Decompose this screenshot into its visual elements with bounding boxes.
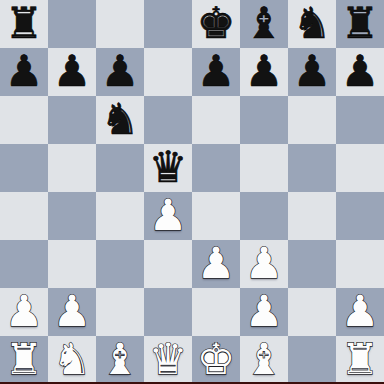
square-f8[interactable]: ♝ xyxy=(240,0,288,48)
square-g6[interactable] xyxy=(288,96,336,144)
square-c6[interactable]: ♞ xyxy=(96,96,144,144)
square-e5[interactable] xyxy=(192,144,240,192)
white-pawn-e3[interactable]: ♟ xyxy=(197,239,236,287)
white-pawn-f3[interactable]: ♟ xyxy=(245,239,284,287)
square-d3[interactable] xyxy=(144,240,192,288)
square-f1[interactable]: ♝ xyxy=(240,336,288,384)
square-g8[interactable]: ♞ xyxy=(288,0,336,48)
square-d5[interactable]: ♛ xyxy=(144,144,192,192)
square-b2[interactable]: ♟ xyxy=(48,288,96,336)
black-pawn-h7[interactable]: ♟ xyxy=(341,47,380,95)
square-a1[interactable]: ♜ xyxy=(0,336,48,384)
square-a7[interactable]: ♟ xyxy=(0,48,48,96)
square-g7[interactable]: ♟ xyxy=(288,48,336,96)
white-rook-h1[interactable]: ♜ xyxy=(341,335,380,383)
black-pawn-b7[interactable]: ♟ xyxy=(53,47,92,95)
square-h1[interactable]: ♜ xyxy=(336,336,384,384)
black-queen-d5[interactable]: ♛ xyxy=(149,143,188,191)
square-f5[interactable] xyxy=(240,144,288,192)
white-rook-a1[interactable]: ♜ xyxy=(5,335,44,383)
square-d4[interactable]: ♟ xyxy=(144,192,192,240)
square-f6[interactable] xyxy=(240,96,288,144)
white-queen-d1[interactable]: ♛ xyxy=(149,335,188,383)
square-b4[interactable] xyxy=(48,192,96,240)
black-knight-g8[interactable]: ♞ xyxy=(293,0,332,47)
square-e7[interactable]: ♟ xyxy=(192,48,240,96)
square-c4[interactable] xyxy=(96,192,144,240)
chess-app-window: ♜♚♝♞♜♟♟♟♟♟♟♟♞♛♟♟♟♟♟♟♟♜♞♝♛♚♝♜ xyxy=(0,0,384,384)
square-c7[interactable]: ♟ xyxy=(96,48,144,96)
square-b5[interactable] xyxy=(48,144,96,192)
square-g3[interactable] xyxy=(288,240,336,288)
square-a4[interactable] xyxy=(0,192,48,240)
square-c2[interactable] xyxy=(96,288,144,336)
white-bishop-c1[interactable]: ♝ xyxy=(101,335,140,383)
square-f7[interactable]: ♟ xyxy=(240,48,288,96)
square-a6[interactable] xyxy=(0,96,48,144)
white-pawn-a2[interactable]: ♟ xyxy=(5,287,44,335)
black-pawn-f7[interactable]: ♟ xyxy=(245,47,284,95)
square-e3[interactable]: ♟ xyxy=(192,240,240,288)
square-a2[interactable]: ♟ xyxy=(0,288,48,336)
square-h4[interactable] xyxy=(336,192,384,240)
black-knight-c6[interactable]: ♞ xyxy=(101,95,140,143)
black-king-e8[interactable]: ♚ xyxy=(197,0,236,47)
black-pawn-c7[interactable]: ♟ xyxy=(101,47,140,95)
white-knight-b1[interactable]: ♞ xyxy=(53,335,92,383)
square-h8[interactable]: ♜ xyxy=(336,0,384,48)
black-pawn-a7[interactable]: ♟ xyxy=(5,47,44,95)
square-h7[interactable]: ♟ xyxy=(336,48,384,96)
square-b3[interactable] xyxy=(48,240,96,288)
black-pawn-e7[interactable]: ♟ xyxy=(197,47,236,95)
square-d7[interactable] xyxy=(144,48,192,96)
square-d1[interactable]: ♛ xyxy=(144,336,192,384)
square-c5[interactable] xyxy=(96,144,144,192)
square-g5[interactable] xyxy=(288,144,336,192)
square-g4[interactable] xyxy=(288,192,336,240)
black-bishop-f8[interactable]: ♝ xyxy=(245,0,284,47)
square-b8[interactable] xyxy=(48,0,96,48)
chess-board: ♜♚♝♞♜♟♟♟♟♟♟♟♞♛♟♟♟♟♟♟♟♜♞♝♛♚♝♜ xyxy=(0,0,384,384)
square-b7[interactable]: ♟ xyxy=(48,48,96,96)
white-pawn-d4[interactable]: ♟ xyxy=(149,191,188,239)
square-f2[interactable]: ♟ xyxy=(240,288,288,336)
square-h2[interactable]: ♟ xyxy=(336,288,384,336)
square-d8[interactable] xyxy=(144,0,192,48)
square-c1[interactable]: ♝ xyxy=(96,336,144,384)
square-f4[interactable] xyxy=(240,192,288,240)
square-h5[interactable] xyxy=(336,144,384,192)
square-e6[interactable] xyxy=(192,96,240,144)
black-rook-a8[interactable]: ♜ xyxy=(5,0,44,47)
square-d2[interactable] xyxy=(144,288,192,336)
white-pawn-f2[interactable]: ♟ xyxy=(245,287,284,335)
square-f3[interactable]: ♟ xyxy=(240,240,288,288)
square-g2[interactable] xyxy=(288,288,336,336)
square-e1[interactable]: ♚ xyxy=(192,336,240,384)
white-pawn-h2[interactable]: ♟ xyxy=(341,287,380,335)
square-a8[interactable]: ♜ xyxy=(0,0,48,48)
square-d6[interactable] xyxy=(144,96,192,144)
white-king-e1[interactable]: ♚ xyxy=(197,335,236,383)
square-a5[interactable] xyxy=(0,144,48,192)
black-pawn-g7[interactable]: ♟ xyxy=(293,47,332,95)
black-rook-h8[interactable]: ♜ xyxy=(341,0,380,47)
square-h3[interactable] xyxy=(336,240,384,288)
white-pawn-b2[interactable]: ♟ xyxy=(53,287,92,335)
square-e8[interactable]: ♚ xyxy=(192,0,240,48)
square-c3[interactable] xyxy=(96,240,144,288)
square-h6[interactable] xyxy=(336,96,384,144)
square-g1[interactable] xyxy=(288,336,336,384)
square-b1[interactable]: ♞ xyxy=(48,336,96,384)
square-b6[interactable] xyxy=(48,96,96,144)
square-e4[interactable] xyxy=(192,192,240,240)
square-a3[interactable] xyxy=(0,240,48,288)
square-c8[interactable] xyxy=(96,0,144,48)
white-bishop-f1[interactable]: ♝ xyxy=(245,335,284,383)
square-e2[interactable] xyxy=(192,288,240,336)
